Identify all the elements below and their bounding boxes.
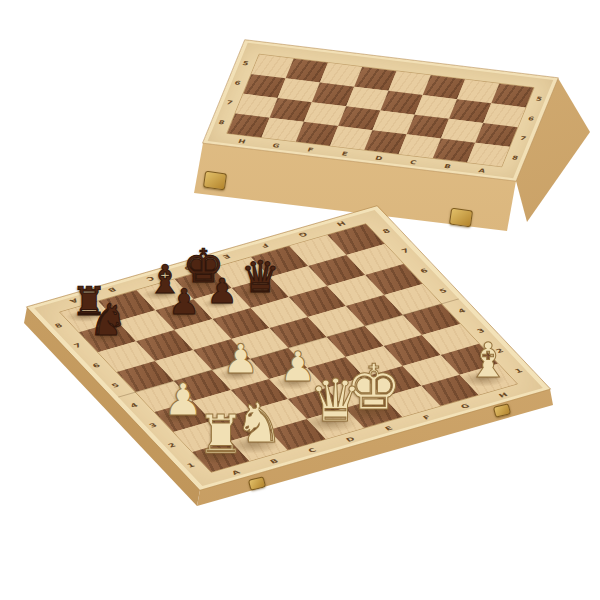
white-rook-a1: ♜ <box>197 410 245 463</box>
black-pawn-d7: ♟ <box>207 273 238 307</box>
white-bishop-h1: ♝ <box>467 337 510 385</box>
white-pawn-c4: ♟ <box>222 339 258 380</box>
product-photo-scene: 56785678HGFEDCBA 8765432187654321ABCDEFG… <box>0 0 600 600</box>
black-queen-e7: ♛ <box>241 254 280 298</box>
black-knight-a7: ♞ <box>88 298 127 342</box>
pieces-layer: ♚♛♝♟♟♜♞♟♝♟♚♟♛♞♜ <box>0 0 600 600</box>
white-queen-d1: ♛ <box>309 371 362 430</box>
black-pawn-c7: ♟ <box>168 284 200 319</box>
